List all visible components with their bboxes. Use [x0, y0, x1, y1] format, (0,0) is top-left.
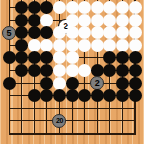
white-stone — [66, 14, 79, 27]
black-stone — [15, 26, 28, 39]
black-stone — [66, 89, 79, 102]
black-stone — [129, 77, 142, 90]
black-stone — [40, 1, 53, 14]
white-stone — [129, 39, 142, 52]
white-stone — [53, 77, 66, 90]
black-stone — [78, 89, 91, 102]
white-stone — [40, 39, 53, 52]
board-grid-hline — [9, 120, 137, 121]
white-stone — [53, 1, 66, 14]
white-stone — [53, 64, 66, 77]
black-stone — [40, 51, 53, 64]
white-stone — [103, 26, 116, 39]
white-stone — [78, 39, 91, 52]
black-stone — [40, 64, 53, 77]
black-stone — [28, 26, 41, 39]
white-stone — [66, 51, 79, 64]
black-stone — [15, 51, 28, 64]
black-stone — [129, 89, 142, 102]
white-stone — [66, 39, 79, 52]
black-stone — [103, 64, 116, 77]
black-stone — [28, 64, 41, 77]
black-stone — [28, 14, 41, 27]
black-stone — [40, 89, 53, 102]
white-stone — [91, 14, 104, 27]
black-stone — [116, 89, 129, 102]
black-stone — [103, 89, 116, 102]
numbered-black-stone: 2 — [90, 76, 104, 90]
black-stone — [66, 77, 79, 90]
white-stone — [91, 26, 104, 39]
white-stone — [103, 14, 116, 27]
black-stone — [40, 26, 53, 39]
go-board[interactable]: 25220 — [0, 0, 144, 144]
black-stone — [116, 64, 129, 77]
white-stone — [129, 26, 142, 39]
numbered-black-stone: 5 — [2, 26, 16, 40]
white-stone — [129, 14, 142, 27]
white-stone — [53, 39, 66, 52]
black-stone — [28, 1, 41, 14]
white-stone — [116, 1, 129, 14]
black-stone — [3, 77, 16, 90]
white-stone — [78, 64, 91, 77]
white-stone — [129, 1, 142, 14]
black-stone — [28, 89, 41, 102]
white-stone — [66, 64, 79, 77]
black-stone — [116, 51, 129, 64]
white-stone — [28, 39, 41, 52]
white-stone — [78, 26, 91, 39]
white-stone — [103, 39, 116, 52]
white-stone — [103, 1, 116, 14]
black-stone — [103, 51, 116, 64]
white-stone — [116, 26, 129, 39]
black-stone — [15, 64, 28, 77]
black-stone — [91, 64, 104, 77]
black-stone — [91, 89, 104, 102]
black-stone — [129, 64, 142, 77]
white-stone — [53, 51, 66, 64]
white-stone — [91, 1, 104, 14]
black-stone — [15, 14, 28, 27]
board-bottom-edge-line — [9, 133, 137, 135]
white-stone — [53, 26, 66, 39]
white-stone — [91, 39, 104, 52]
black-stone — [53, 89, 66, 102]
black-stone — [3, 51, 16, 64]
white-stone — [116, 39, 129, 52]
black-stone — [15, 1, 28, 14]
black-stone — [129, 51, 142, 64]
white-stone — [66, 26, 79, 39]
black-stone — [28, 51, 41, 64]
black-stone — [40, 77, 53, 90]
black-stone — [15, 39, 28, 52]
white-stone — [116, 14, 129, 27]
white-stone — [66, 1, 79, 14]
white-stone — [78, 14, 91, 27]
numbered-black-stone: 20 — [52, 114, 66, 128]
white-stone — [40, 14, 53, 27]
black-stone — [116, 77, 129, 90]
white-stone — [78, 1, 91, 14]
board-grid-hline — [9, 108, 137, 109]
